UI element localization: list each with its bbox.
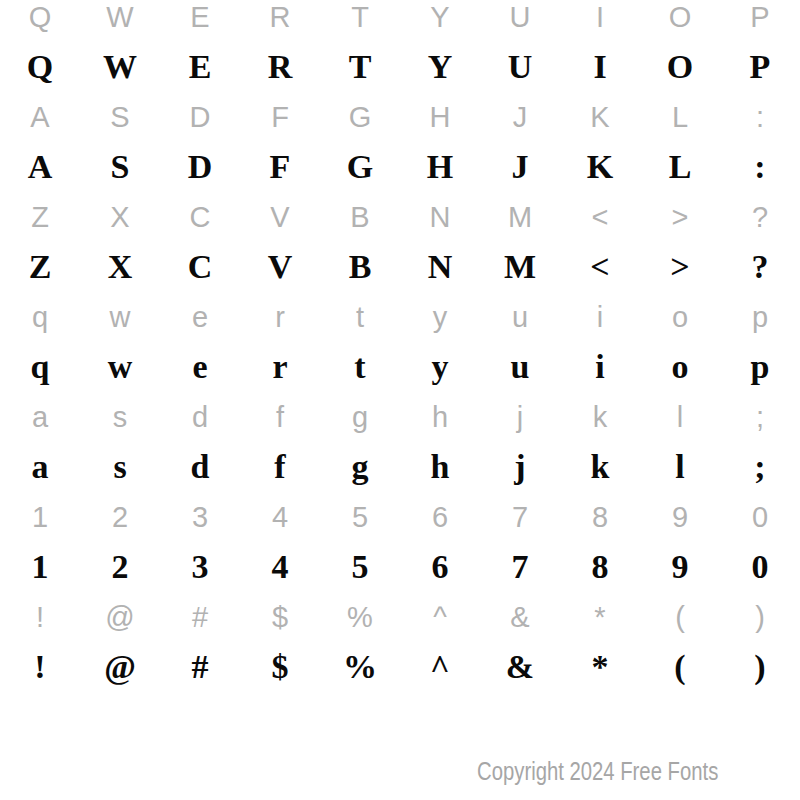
char-cell: B xyxy=(320,242,400,292)
char-cell: t xyxy=(320,342,400,392)
char-cell: ; xyxy=(720,442,800,492)
char-cell: 4 xyxy=(240,542,320,592)
char-cell: d xyxy=(160,392,240,442)
char-cell: K xyxy=(560,142,640,192)
char-cell: C xyxy=(160,192,240,242)
char-cell: U xyxy=(480,42,560,92)
char-cell: l xyxy=(640,392,720,442)
char-cell: : xyxy=(720,142,800,192)
char-cell: Q xyxy=(0,42,80,92)
char-cell: B xyxy=(320,192,400,242)
char-cell: r xyxy=(240,342,320,392)
char-cell: A xyxy=(0,142,80,192)
char-cell: 4 xyxy=(240,492,320,542)
char-cell: E xyxy=(160,42,240,92)
char-cell: 9 xyxy=(640,492,720,542)
char-cell: ^ xyxy=(400,592,480,642)
char-cell: 1 xyxy=(0,492,80,542)
char-cell: h xyxy=(400,442,480,492)
char-cell: ) xyxy=(720,642,800,692)
char-cell: 1 xyxy=(0,542,80,592)
char-cell: W xyxy=(80,42,160,92)
char-cell: J xyxy=(480,142,560,192)
char-cell: t xyxy=(320,292,400,342)
specimen-row-9: asdfghjkl; xyxy=(0,392,800,442)
char-cell: 0 xyxy=(720,492,800,542)
char-cell: y xyxy=(400,342,480,392)
char-cell: @ xyxy=(80,592,160,642)
char-cell: F xyxy=(240,92,320,142)
char-cell: & xyxy=(480,592,560,642)
char-cell: E xyxy=(160,0,240,42)
char-cell: R xyxy=(240,42,320,92)
char-cell: s xyxy=(80,392,160,442)
char-cell: > xyxy=(640,192,720,242)
char-cell: I xyxy=(560,42,640,92)
char-cell: 6 xyxy=(400,542,480,592)
char-cell: X xyxy=(80,242,160,292)
char-cell: N xyxy=(400,192,480,242)
char-cell: k xyxy=(560,442,640,492)
char-cell: g xyxy=(320,442,400,492)
char-cell: T xyxy=(320,0,400,42)
char-cell: 2 xyxy=(80,492,160,542)
char-cell: Q xyxy=(0,0,80,42)
char-cell: L xyxy=(640,142,720,192)
char-cell: O xyxy=(640,42,720,92)
char-cell: ( xyxy=(640,592,720,642)
char-cell: k xyxy=(560,392,640,442)
char-cell: ) xyxy=(720,592,800,642)
char-cell: i xyxy=(560,342,640,392)
char-cell: > xyxy=(640,242,720,292)
specimen-row-8: qwertyuiop xyxy=(0,342,800,392)
char-cell: q xyxy=(0,292,80,342)
char-cell: 5 xyxy=(320,542,400,592)
char-cell: G xyxy=(320,92,400,142)
char-cell: I xyxy=(560,0,640,42)
char-cell: Z xyxy=(0,242,80,292)
char-cell: o xyxy=(640,292,720,342)
char-cell: & xyxy=(480,642,560,692)
char-cell: < xyxy=(560,242,640,292)
char-cell: * xyxy=(560,642,640,692)
char-cell: $ xyxy=(240,642,320,692)
char-cell: a xyxy=(0,442,80,492)
char-cell: e xyxy=(160,292,240,342)
char-cell: ? xyxy=(720,242,800,292)
char-cell: U xyxy=(480,0,560,42)
char-cell: V xyxy=(240,242,320,292)
char-cell: 9 xyxy=(640,542,720,592)
char-cell: Y xyxy=(400,0,480,42)
char-cell: ^ xyxy=(400,642,480,692)
char-cell: u xyxy=(480,342,560,392)
char-cell: % xyxy=(320,592,400,642)
char-cell: 3 xyxy=(160,542,240,592)
char-cell: h xyxy=(400,392,480,442)
char-cell: p xyxy=(720,342,800,392)
char-cell: 8 xyxy=(560,542,640,592)
char-cell: O xyxy=(640,0,720,42)
specimen-grid: QWERTYUIOPQWERTYUIOPASDFGHJKL:ASDFGHJKL:… xyxy=(0,0,800,692)
char-cell: < xyxy=(560,192,640,242)
char-cell: H xyxy=(400,92,480,142)
specimen-row-3: ASDFGHJKL: xyxy=(0,92,800,142)
char-cell: w xyxy=(80,292,160,342)
char-cell: u xyxy=(480,292,560,342)
char-cell: P xyxy=(720,42,800,92)
char-cell: y xyxy=(400,292,480,342)
char-cell: T xyxy=(320,42,400,92)
char-cell: V xyxy=(240,192,320,242)
char-cell: s xyxy=(80,442,160,492)
char-cell: 0 xyxy=(720,542,800,592)
char-cell: o xyxy=(640,342,720,392)
char-cell: S xyxy=(80,92,160,142)
char-cell: W xyxy=(80,0,160,42)
specimen-row-5: ZXCVBNM<>? xyxy=(0,192,800,242)
char-cell: ! xyxy=(0,642,80,692)
char-cell: H xyxy=(400,142,480,192)
char-cell: w xyxy=(80,342,160,392)
char-cell: # xyxy=(160,642,240,692)
char-cell: Y xyxy=(400,42,480,92)
specimen-row-11: 1234567890 xyxy=(0,492,800,542)
specimen-row-12: 1234567890 xyxy=(0,542,800,592)
specimen-row-14: !@#$%^&*() xyxy=(0,642,800,692)
specimen-row-2: QWERTYUIOP xyxy=(0,42,800,92)
char-cell: 2 xyxy=(80,542,160,592)
char-cell: g xyxy=(320,392,400,442)
char-cell: P xyxy=(720,0,800,42)
char-cell: $ xyxy=(240,592,320,642)
char-cell: F xyxy=(240,142,320,192)
char-cell: j xyxy=(480,442,560,492)
char-cell: M xyxy=(480,242,560,292)
char-cell: R xyxy=(240,0,320,42)
char-cell: 7 xyxy=(480,542,560,592)
char-cell: @ xyxy=(80,642,160,692)
char-cell: # xyxy=(160,592,240,642)
char-cell: G xyxy=(320,142,400,192)
char-cell: i xyxy=(560,292,640,342)
copyright-watermark: Copyright 2024 Free Fonts xyxy=(477,754,718,788)
char-cell: a xyxy=(0,392,80,442)
char-cell: Z xyxy=(0,192,80,242)
char-cell: f xyxy=(240,392,320,442)
char-cell: d xyxy=(160,442,240,492)
char-cell: : xyxy=(720,92,800,142)
char-cell: S xyxy=(80,142,160,192)
char-cell: 7 xyxy=(480,492,560,542)
char-cell: ? xyxy=(720,192,800,242)
char-cell: X xyxy=(80,192,160,242)
specimen-row-1: QWERTYUIOP xyxy=(0,0,800,42)
char-cell: A xyxy=(0,92,80,142)
font-specimen-page: { "game": "font-specimen-keyboard-grid",… xyxy=(0,0,800,800)
char-cell: L xyxy=(640,92,720,142)
char-cell: q xyxy=(0,342,80,392)
char-cell: % xyxy=(320,642,400,692)
char-cell: 8 xyxy=(560,492,640,542)
char-cell: ; xyxy=(720,392,800,442)
char-cell: 5 xyxy=(320,492,400,542)
char-cell: j xyxy=(480,392,560,442)
char-cell: r xyxy=(240,292,320,342)
char-cell: M xyxy=(480,192,560,242)
char-cell: C xyxy=(160,242,240,292)
char-cell: 3 xyxy=(160,492,240,542)
char-cell: e xyxy=(160,342,240,392)
char-cell: p xyxy=(720,292,800,342)
specimen-row-10: asdfghjkl; xyxy=(0,442,800,492)
char-cell: K xyxy=(560,92,640,142)
char-cell: * xyxy=(560,592,640,642)
specimen-row-4: ASDFGHJKL: xyxy=(0,142,800,192)
char-cell: D xyxy=(160,142,240,192)
char-cell: J xyxy=(480,92,560,142)
char-cell: ! xyxy=(0,592,80,642)
char-cell: ( xyxy=(640,642,720,692)
char-cell: l xyxy=(640,442,720,492)
specimen-row-6: ZXCVBNM<>? xyxy=(0,242,800,292)
char-cell: 6 xyxy=(400,492,480,542)
char-cell: f xyxy=(240,442,320,492)
char-cell: D xyxy=(160,92,240,142)
char-cell: N xyxy=(400,242,480,292)
specimen-row-13: !@#$%^&*() xyxy=(0,592,800,642)
specimen-row-7: qwertyuiop xyxy=(0,292,800,342)
